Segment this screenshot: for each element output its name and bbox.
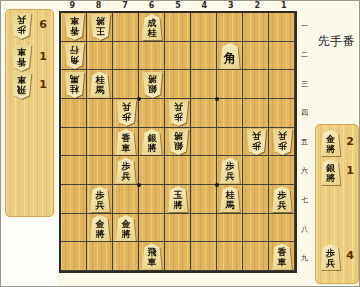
- sente-piece-角[interactable]: 角: [220, 43, 241, 69]
- square-8-3[interactable]: 桂馬: [87, 70, 113, 99]
- square-6-3[interactable]: 銀將: [139, 70, 165, 99]
- piece-kanji: 歩兵: [173, 102, 183, 125]
- square-3-2[interactable]: 角: [217, 42, 243, 71]
- sente-hand-金將[interactable]: 金將2: [316, 130, 358, 156]
- square-8-7[interactable]: 歩兵: [87, 185, 113, 214]
- piece-kanji: 香車: [121, 131, 131, 154]
- gote-captured-pieces-stand: 歩兵6香車1飛車1: [5, 9, 54, 217]
- gote-piece-歩兵[interactable]: 歩兵: [246, 129, 267, 155]
- piece-kanji: 歩兵: [121, 102, 131, 125]
- piece-kanji: 飛車: [17, 75, 27, 98]
- square-1-7[interactable]: 歩兵: [269, 185, 295, 214]
- gote-piece-歩兵[interactable]: 歩兵: [272, 129, 293, 155]
- sente-captured-pieces-stand: 金將2銀將1歩兵4: [315, 124, 359, 284]
- piece-kanji: 玉將: [173, 188, 183, 211]
- rank-coordinates: 一二三四五六七八九: [298, 11, 311, 273]
- gote-piece-歩兵[interactable]: 歩兵: [116, 100, 137, 126]
- gote-piece-香車[interactable]: 香車: [11, 45, 32, 71]
- piece-kanji: 金將: [121, 217, 131, 240]
- gote-piece-香車[interactable]: 香車: [64, 14, 85, 40]
- piece-kanji: 金將: [326, 132, 336, 155]
- sente-piece-香車[interactable]: 香車: [116, 129, 137, 155]
- file-label: 8: [85, 1, 111, 11]
- piece-kanji: 銀將: [326, 161, 336, 184]
- piece-kanji: 桂馬: [95, 73, 105, 96]
- piece-kanji: 歩兵: [277, 188, 287, 211]
- rank-label: 四: [298, 98, 311, 127]
- gote-piece-銀將[interactable]: 銀將: [168, 129, 189, 155]
- piece-kanji: 飛車: [147, 245, 157, 268]
- file-coordinates: 987654321: [59, 1, 297, 11]
- sente-piece-桂馬[interactable]: 桂馬: [90, 72, 111, 98]
- square-6-9[interactable]: 飛車: [139, 242, 165, 271]
- sente-piece-金將[interactable]: 金將: [320, 130, 341, 156]
- sente-piece-香車[interactable]: 香車: [272, 244, 293, 270]
- piece-kanji: 歩兵: [121, 159, 131, 182]
- hand-count: 1: [35, 50, 51, 63]
- gote-piece-王將[interactable]: 王將: [90, 14, 111, 40]
- sente-piece-歩兵[interactable]: 歩兵: [220, 158, 241, 184]
- square-7-5[interactable]: 香車: [113, 128, 139, 157]
- file-label: 6: [138, 1, 164, 11]
- file-label: 5: [165, 1, 191, 11]
- hand-count: 2: [342, 135, 358, 148]
- gote-piece-飛車[interactable]: 飛車: [11, 73, 32, 99]
- piece-kanji: 歩兵: [95, 188, 105, 211]
- hand-count: 4: [342, 249, 358, 262]
- square-5-5[interactable]: 銀將: [165, 128, 191, 157]
- square-3-7[interactable]: 桂馬: [217, 185, 243, 214]
- square-2-5[interactable]: 歩兵: [243, 128, 269, 157]
- sente-hand-歩兵[interactable]: 歩兵4: [316, 244, 358, 270]
- sente-piece-歩兵[interactable]: 歩兵: [272, 186, 293, 212]
- piece-kanji: 歩兵: [326, 246, 336, 269]
- sente-piece-金將[interactable]: 金將: [90, 215, 111, 241]
- piece-kanji: 歩兵: [17, 15, 27, 38]
- square-1-5[interactable]: 歩兵: [269, 128, 295, 157]
- gote-piece-歩兵[interactable]: 歩兵: [11, 13, 32, 39]
- sente-piece-歩兵[interactable]: 歩兵: [90, 186, 111, 212]
- square-9-1[interactable]: 香車: [61, 13, 87, 42]
- file-label: 4: [191, 1, 217, 11]
- square-9-3[interactable]: 桂馬: [61, 70, 87, 99]
- square-1-9[interactable]: 香車: [269, 242, 295, 271]
- turn-indicator: 先手番: [312, 33, 360, 48]
- file-label: 2: [244, 1, 270, 11]
- square-8-8[interactable]: 金將: [87, 214, 113, 243]
- sente-piece-歩兵[interactable]: 歩兵: [320, 244, 341, 270]
- file-label: 1: [271, 1, 297, 11]
- gote-piece-角行[interactable]: 角行: [64, 43, 85, 69]
- piece-kanji: 成桂: [147, 16, 157, 39]
- shogi-app-window: 987654321 一二三四五六七八九 香車王將成桂角行角桂馬桂馬銀將歩兵歩兵香…: [0, 0, 360, 287]
- rank-label: 一: [298, 11, 311, 40]
- rank-label: 五: [298, 127, 311, 156]
- file-label: 3: [218, 1, 244, 11]
- square-5-4[interactable]: 歩兵: [165, 99, 191, 128]
- sente-piece-飛車[interactable]: 飛車: [142, 244, 163, 270]
- piece-kanji: 歩兵: [277, 131, 287, 154]
- piece-kanji: 桂馬: [69, 73, 79, 96]
- square-7-8[interactable]: 金將: [113, 214, 139, 243]
- piece-kanji: 金將: [95, 217, 105, 240]
- sente-piece-銀將[interactable]: 銀將: [320, 159, 341, 185]
- piece-kanji: 銀將: [147, 73, 157, 96]
- file-label: 7: [112, 1, 138, 11]
- rank-label: 七: [298, 186, 311, 215]
- sente-piece-歩兵[interactable]: 歩兵: [116, 158, 137, 184]
- square-5-7[interactable]: 玉將: [165, 185, 191, 214]
- hand-count: 1: [342, 164, 358, 177]
- sente-piece-桂馬[interactable]: 桂馬: [220, 186, 241, 212]
- hand-count: 6: [35, 18, 51, 31]
- file-label: 9: [59, 1, 85, 11]
- square-3-6[interactable]: 歩兵: [217, 156, 243, 185]
- sente-piece-金將[interactable]: 金將: [116, 215, 137, 241]
- piece-kanji: 歩兵: [251, 131, 261, 154]
- piece-kanji: 香車: [17, 47, 27, 70]
- square-8-1[interactable]: 王將: [87, 13, 113, 42]
- hand-count: 1: [35, 78, 51, 91]
- square-7-6[interactable]: 歩兵: [113, 156, 139, 185]
- piece-kanji: 歩兵: [225, 159, 235, 182]
- gote-hand-飛車[interactable]: 飛車1: [6, 73, 53, 99]
- piece-kanji: 銀將: [147, 131, 157, 154]
- gote-piece-桂馬[interactable]: 桂馬: [64, 72, 85, 98]
- square-7-4[interactable]: 歩兵: [113, 99, 139, 128]
- square-9-2[interactable]: 角行: [61, 42, 87, 71]
- gote-hand-香車[interactable]: 香車1: [6, 45, 53, 71]
- background-patch: [2, 217, 58, 287]
- sente-piece-銀將[interactable]: 銀將: [142, 129, 163, 155]
- rank-label: 二: [298, 40, 311, 69]
- star-point: [215, 97, 219, 101]
- square-6-1[interactable]: 成桂: [139, 13, 165, 42]
- sente-piece-玉將[interactable]: 玉將: [168, 186, 189, 212]
- piece-kanji: 角行: [69, 45, 79, 68]
- rank-label: 三: [298, 69, 311, 98]
- gote-piece-歩兵[interactable]: 歩兵: [168, 100, 189, 126]
- rank-label: 九: [298, 244, 311, 273]
- rank-label: 六: [298, 157, 311, 186]
- gote-hand-歩兵[interactable]: 歩兵6: [6, 13, 53, 39]
- square-6-5[interactable]: 銀將: [139, 128, 165, 157]
- piece-kanji: 銀將: [173, 131, 183, 154]
- piece-kanji: 桂馬: [225, 188, 235, 211]
- sente-hand-銀將[interactable]: 銀將1: [316, 159, 358, 185]
- piece-kanji: 角: [224, 48, 236, 64]
- gote-piece-銀將[interactable]: 銀將: [142, 72, 163, 98]
- shogi-board: 香車王將成桂角行角桂馬桂馬銀將歩兵歩兵香車銀將銀將歩兵歩兵歩兵歩兵歩兵玉將桂馬歩…: [59, 11, 297, 273]
- rank-label: 八: [298, 215, 311, 244]
- piece-kanji: 香車: [69, 16, 79, 39]
- sente-piece-成桂[interactable]: 成桂: [142, 14, 163, 40]
- piece-kanji: 王將: [95, 16, 105, 39]
- piece-kanji: 香車: [277, 245, 287, 268]
